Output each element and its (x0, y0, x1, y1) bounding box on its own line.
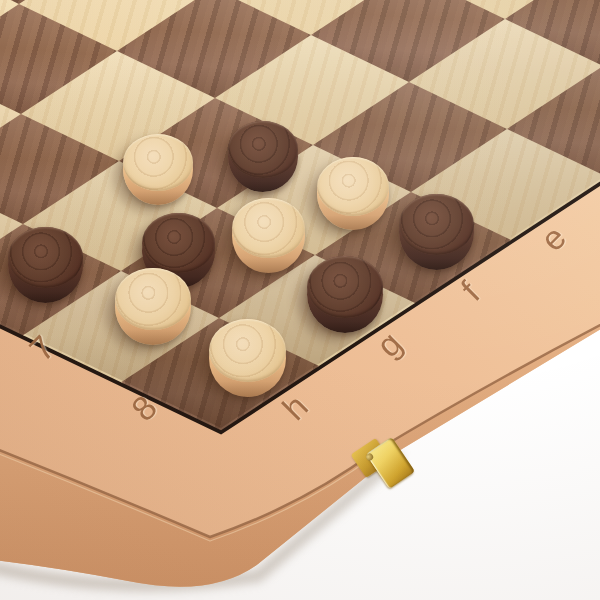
light-checker-top-face (123, 134, 193, 191)
checker-light-g6 (123, 134, 193, 205)
light-checker-top-face (115, 268, 191, 330)
light-checker-top-face (209, 319, 286, 382)
dark-checker-top-face (142, 213, 215, 273)
checker-light-g7 (232, 198, 305, 273)
checker-light-h8 (209, 319, 286, 397)
checker-dark-f8 (399, 194, 474, 270)
dark-checker-top-face (8, 227, 83, 288)
checker-light-f7 (317, 157, 389, 230)
checker-dark-g8 (307, 256, 383, 333)
dark-checker-top-face (399, 194, 474, 255)
dark-checker-top-face (228, 121, 298, 178)
checker-dark-h6 (8, 227, 83, 303)
checkers-board-photo: 78hgfe (0, 0, 600, 600)
light-checker-top-face (232, 198, 305, 258)
checker-dark-f6 (228, 121, 298, 192)
dark-checker-top-face (307, 256, 383, 318)
checker-light-h7 (115, 268, 191, 345)
light-checker-top-face (317, 157, 389, 216)
